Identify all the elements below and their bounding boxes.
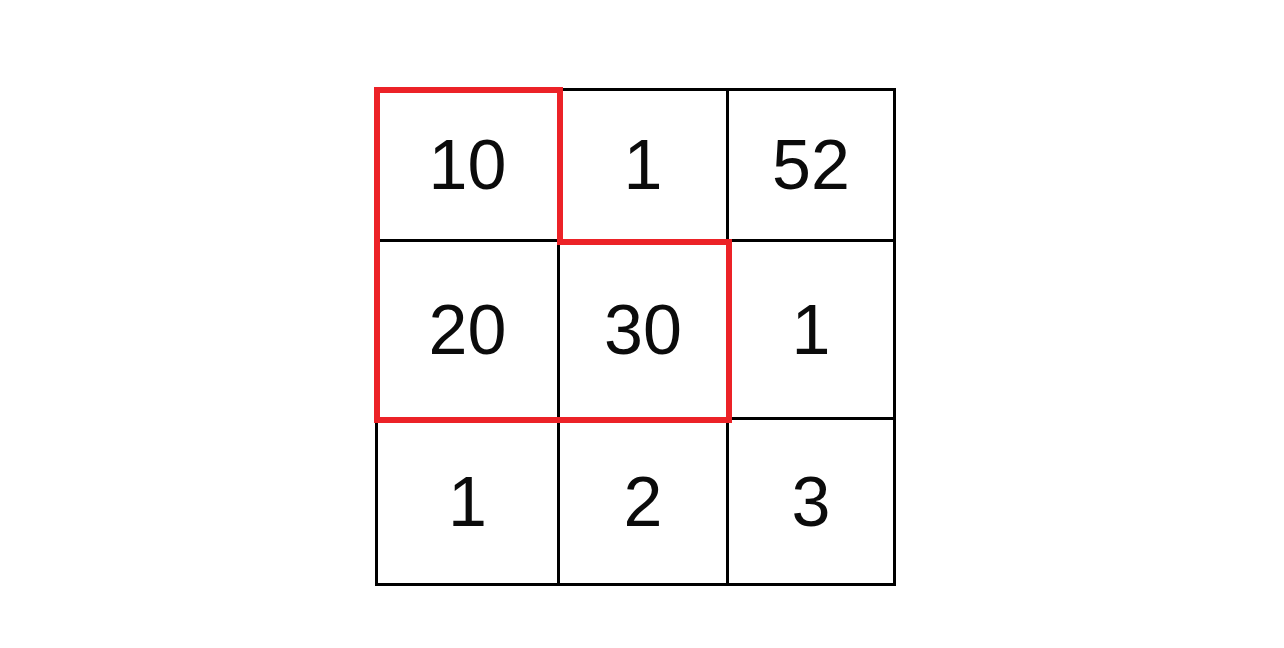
cell-r2c2: 3 xyxy=(729,420,893,583)
cell-r0c0: 10 xyxy=(378,91,560,242)
cell-r1c2: 1 xyxy=(729,242,893,420)
cell-r2c0: 1 xyxy=(378,420,560,583)
cell-r1c0: 20 xyxy=(378,242,560,420)
puzzle-canvas: 10 1 52 20 30 1 1 2 3 xyxy=(0,0,1284,648)
cell-r0c1: 1 xyxy=(560,91,729,242)
cell-r0c2: 52 xyxy=(729,91,893,242)
cell-r2c1: 2 xyxy=(560,420,729,583)
number-grid: 10 1 52 20 30 1 1 2 3 xyxy=(375,88,896,586)
cell-r1c1: 30 xyxy=(560,242,729,420)
